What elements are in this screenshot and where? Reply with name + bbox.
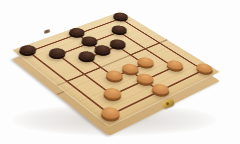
product-photo-scene xyxy=(0,0,240,144)
hinge-notch xyxy=(44,29,51,34)
